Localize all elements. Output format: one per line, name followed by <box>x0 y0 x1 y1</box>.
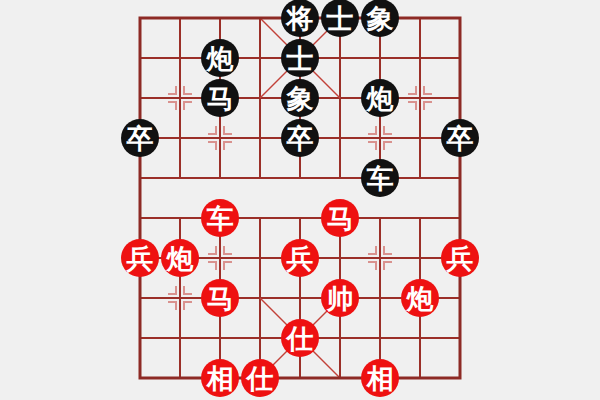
xiangqi-board: 将士象炮士马象炮卒卒卒车车马兵炮兵兵马帅炮仕相仕相 <box>0 0 600 400</box>
position-marker <box>368 142 376 150</box>
black-horse[interactable]: 马 <box>201 79 239 117</box>
red-elephant[interactable]: 相 <box>361 359 399 397</box>
position-marker <box>384 142 392 150</box>
red-cannon[interactable]: 炮 <box>161 239 199 277</box>
position-marker <box>224 262 232 270</box>
position-marker <box>184 86 192 94</box>
position-marker <box>384 246 392 254</box>
position-marker <box>168 302 176 310</box>
position-marker <box>208 126 216 134</box>
position-marker <box>368 262 376 270</box>
position-marker <box>224 126 232 134</box>
position-marker <box>184 302 192 310</box>
black-pawn[interactable]: 卒 <box>281 119 319 157</box>
red-pawn[interactable]: 兵 <box>121 239 159 277</box>
position-marker <box>224 142 232 150</box>
position-marker <box>384 262 392 270</box>
position-marker <box>368 126 376 134</box>
black-advisor[interactable]: 士 <box>281 39 319 77</box>
black-pawn[interactable]: 卒 <box>441 119 479 157</box>
position-marker <box>368 246 376 254</box>
red-chariot[interactable]: 车 <box>201 199 239 237</box>
black-elephant[interactable]: 象 <box>361 0 399 37</box>
red-horse[interactable]: 马 <box>321 199 359 237</box>
position-marker <box>208 262 216 270</box>
position-marker <box>424 86 432 94</box>
position-marker <box>168 102 176 110</box>
black-cannon[interactable]: 炮 <box>201 39 239 77</box>
red-advisor[interactable]: 仕 <box>281 319 319 357</box>
position-marker <box>408 102 416 110</box>
black-cannon[interactable]: 炮 <box>361 79 399 117</box>
position-marker <box>168 286 176 294</box>
red-cannon[interactable]: 炮 <box>401 279 439 317</box>
red-horse[interactable]: 马 <box>201 279 239 317</box>
red-pawn[interactable]: 兵 <box>281 239 319 277</box>
position-marker <box>184 102 192 110</box>
position-marker <box>408 86 416 94</box>
red-elephant[interactable]: 相 <box>201 359 239 397</box>
position-marker <box>184 286 192 294</box>
red-general[interactable]: 帅 <box>321 279 359 317</box>
black-general[interactable]: 将 <box>281 0 319 37</box>
position-marker <box>208 142 216 150</box>
black-chariot[interactable]: 车 <box>361 159 399 197</box>
black-advisor[interactable]: 士 <box>321 0 359 37</box>
position-marker <box>224 246 232 254</box>
position-marker <box>208 246 216 254</box>
red-advisor[interactable]: 仕 <box>241 359 279 397</box>
position-marker <box>384 126 392 134</box>
position-marker <box>424 102 432 110</box>
position-marker <box>168 86 176 94</box>
black-pawn[interactable]: 卒 <box>121 119 159 157</box>
red-pawn[interactable]: 兵 <box>441 239 479 277</box>
black-elephant[interactable]: 象 <box>281 79 319 117</box>
